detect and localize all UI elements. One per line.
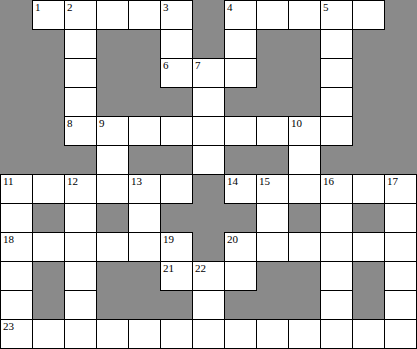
white-cell[interactable]: [0, 290, 33, 320]
white-cell[interactable]: [96, 0, 129, 30]
block-cell: [32, 261, 64, 290]
white-cell[interactable]: 13: [128, 174, 161, 204]
block-cell: [320, 145, 352, 174]
block-cell: [128, 87, 160, 116]
white-cell[interactable]: [288, 174, 321, 204]
white-cell[interactable]: [224, 29, 257, 59]
white-cell[interactable]: [32, 319, 65, 349]
clue-number: 15: [259, 175, 270, 188]
white-cell[interactable]: [192, 145, 225, 175]
white-cell[interactable]: 19: [160, 232, 193, 262]
white-cell[interactable]: 2: [64, 0, 97, 30]
block-cell: [0, 58, 32, 87]
white-cell[interactable]: [352, 174, 385, 204]
block-cell: [256, 29, 288, 58]
white-cell[interactable]: [128, 203, 161, 233]
white-cell[interactable]: [96, 232, 129, 262]
block-cell: [128, 29, 160, 58]
white-cell[interactable]: 22: [192, 261, 225, 291]
block-cell: [0, 145, 32, 174]
clue-number: 11: [3, 175, 14, 188]
white-cell[interactable]: [256, 116, 289, 146]
block-cell: [96, 290, 128, 319]
white-cell[interactable]: [32, 174, 65, 204]
clue-number: 22: [195, 262, 206, 275]
block-cell: [384, 116, 416, 145]
white-cell[interactable]: [224, 58, 257, 88]
white-cell[interactable]: [96, 319, 129, 349]
white-cell[interactable]: [256, 0, 289, 30]
block-cell: [32, 145, 64, 174]
block-cell: [32, 203, 64, 232]
white-cell[interactable]: 15: [256, 174, 289, 204]
white-cell[interactable]: 5: [320, 0, 353, 30]
white-cell[interactable]: [320, 87, 353, 117]
white-cell[interactable]: [64, 290, 97, 320]
block-cell: [224, 87, 256, 116]
white-cell[interactable]: [384, 261, 417, 291]
white-cell[interactable]: 4: [224, 0, 257, 30]
clue-number: 14: [227, 175, 238, 188]
block-cell: [288, 58, 320, 87]
white-cell[interactable]: [160, 319, 193, 349]
white-cell[interactable]: [96, 174, 129, 204]
clue-number: 17: [387, 175, 398, 188]
white-cell[interactable]: [384, 203, 417, 233]
clue-number: 18: [3, 233, 14, 246]
crossword-grid: 1234567891011121314151617181920212223: [0, 0, 417, 349]
white-cell[interactable]: 1: [32, 0, 65, 30]
white-cell[interactable]: [320, 29, 353, 59]
clue-number: 2: [67, 1, 73, 14]
white-cell[interactable]: [320, 232, 353, 262]
white-cell[interactable]: [288, 145, 321, 175]
block-cell: [256, 261, 288, 290]
block-cell: [32, 290, 64, 319]
block-cell: [32, 58, 64, 87]
block-cell: [128, 58, 160, 87]
white-cell[interactable]: [384, 319, 417, 349]
white-cell[interactable]: [320, 261, 353, 291]
white-cell[interactable]: [288, 232, 321, 262]
white-cell[interactable]: 8: [64, 116, 97, 146]
white-cell[interactable]: [0, 203, 33, 233]
block-cell: [96, 203, 128, 232]
block-cell: [192, 174, 224, 203]
white-cell[interactable]: [320, 319, 353, 349]
block-cell: [384, 145, 416, 174]
clue-number: 3: [163, 1, 169, 14]
block-cell: [384, 58, 416, 87]
block-cell: [288, 290, 320, 319]
white-cell[interactable]: 17: [384, 174, 417, 204]
white-cell[interactable]: [384, 232, 417, 262]
white-cell[interactable]: [352, 232, 385, 262]
block-cell: [352, 58, 384, 87]
block-cell: [352, 290, 384, 319]
clue-number: 16: [323, 175, 334, 188]
block-cell: [128, 290, 160, 319]
white-cell[interactable]: [256, 203, 289, 233]
white-cell[interactable]: [64, 203, 97, 233]
white-cell[interactable]: 23: [0, 319, 33, 349]
clue-number: 8: [67, 117, 73, 130]
block-cell: [128, 145, 160, 174]
white-cell[interactable]: [160, 116, 193, 146]
clue-number: 7: [195, 59, 201, 72]
block-cell: [352, 145, 384, 174]
block-cell: [64, 145, 96, 174]
white-cell[interactable]: [64, 58, 97, 88]
white-cell[interactable]: [320, 116, 353, 146]
block-cell: [352, 261, 384, 290]
block-cell: [160, 290, 192, 319]
block-cell: [0, 87, 32, 116]
white-cell[interactable]: 6: [160, 58, 193, 88]
white-cell[interactable]: [256, 319, 289, 349]
block-cell: [384, 29, 416, 58]
white-cell[interactable]: [160, 29, 193, 59]
white-cell[interactable]: 11: [0, 174, 33, 204]
block-cell: [128, 261, 160, 290]
white-cell[interactable]: [320, 203, 353, 233]
white-cell[interactable]: 9: [96, 116, 129, 146]
white-cell[interactable]: [224, 261, 257, 291]
block-cell: [384, 87, 416, 116]
white-cell[interactable]: [224, 319, 257, 349]
white-cell[interactable]: [352, 0, 385, 30]
block-cell: [224, 145, 256, 174]
white-cell[interactable]: [384, 290, 417, 320]
white-cell[interactable]: [288, 319, 321, 349]
white-cell[interactable]: [128, 116, 161, 146]
block-cell: [96, 29, 128, 58]
white-cell[interactable]: [96, 145, 129, 175]
block-cell: [384, 0, 416, 29]
clue-number: 4: [227, 1, 233, 14]
block-cell: [96, 87, 128, 116]
white-cell[interactable]: [128, 319, 161, 349]
white-cell[interactable]: [64, 261, 97, 291]
block-cell: [288, 261, 320, 290]
clue-number: 9: [99, 117, 105, 130]
white-cell[interactable]: [128, 0, 161, 30]
block-cell: [352, 29, 384, 58]
white-cell[interactable]: [320, 58, 353, 88]
block-cell: [352, 116, 384, 145]
block-cell: [192, 0, 224, 29]
block-cell: [352, 87, 384, 116]
block-cell: [192, 203, 224, 232]
white-cell[interactable]: [64, 87, 97, 117]
white-cell[interactable]: [224, 116, 257, 146]
block-cell: [96, 261, 128, 290]
white-cell[interactable]: [192, 87, 225, 117]
clue-number: 23: [3, 320, 14, 333]
clue-number: 12: [67, 175, 78, 188]
block-cell: [256, 290, 288, 319]
clue-number: 19: [163, 233, 174, 246]
block-cell: [224, 290, 256, 319]
block-cell: [32, 29, 64, 58]
white-cell[interactable]: 10: [288, 116, 321, 146]
block-cell: [32, 116, 64, 145]
block-cell: [160, 203, 192, 232]
clue-number: 20: [227, 233, 238, 246]
block-cell: [256, 87, 288, 116]
block-cell: [0, 29, 32, 58]
white-cell[interactable]: 14: [224, 174, 257, 204]
white-cell[interactable]: [192, 116, 225, 146]
block-cell: [32, 87, 64, 116]
white-cell[interactable]: [64, 29, 97, 59]
white-cell[interactable]: [0, 261, 33, 291]
block-cell: [0, 0, 32, 29]
clue-number: 5: [323, 1, 329, 14]
block-cell: [160, 145, 192, 174]
white-cell[interactable]: [256, 232, 289, 262]
clue-number: 6: [163, 59, 169, 72]
block-cell: [352, 203, 384, 232]
block-cell: [0, 116, 32, 145]
white-cell[interactable]: [160, 174, 193, 204]
block-cell: [96, 58, 128, 87]
clue-number: 1: [35, 1, 41, 14]
white-cell[interactable]: 7: [192, 58, 225, 88]
block-cell: [192, 29, 224, 58]
block-cell: [224, 203, 256, 232]
white-cell[interactable]: [192, 290, 225, 320]
white-cell[interactable]: [128, 232, 161, 262]
white-cell[interactable]: [192, 319, 225, 349]
block-cell: [256, 145, 288, 174]
white-cell[interactable]: [352, 319, 385, 349]
block-cell: [288, 29, 320, 58]
clue-number: 10: [291, 117, 302, 130]
block-cell: [192, 232, 224, 261]
white-cell[interactable]: [320, 290, 353, 320]
white-cell[interactable]: 20: [224, 232, 257, 262]
white-cell[interactable]: 18: [0, 232, 33, 262]
white-cell[interactable]: [32, 232, 65, 262]
white-cell[interactable]: 12: [64, 174, 97, 204]
block-cell: [256, 58, 288, 87]
clue-number: 13: [131, 175, 142, 188]
white-cell[interactable]: [64, 232, 97, 262]
clue-number: 21: [163, 262, 174, 275]
white-cell[interactable]: 3: [160, 0, 193, 30]
white-cell[interactable]: 16: [320, 174, 353, 204]
block-cell: [288, 203, 320, 232]
white-cell[interactable]: [288, 0, 321, 30]
block-cell: [288, 87, 320, 116]
white-cell[interactable]: [64, 319, 97, 349]
block-cell: [160, 87, 192, 116]
white-cell[interactable]: 21: [160, 261, 193, 291]
